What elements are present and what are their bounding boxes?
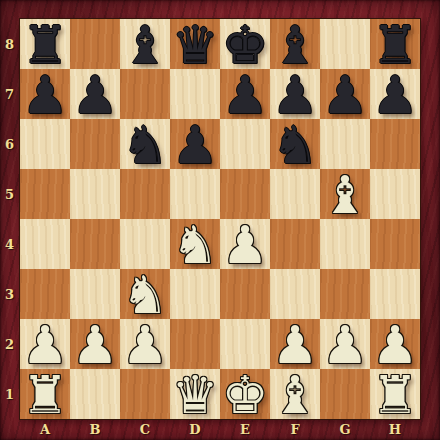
file-label-g: G <box>320 419 370 439</box>
piece-white-knight: ♞ <box>170 220 220 270</box>
board: ♜♝♛♚♝♜♟♟♟♟♟♟♞♟♞♝♞♟♞♟♟♟♟♟♟♜♛♚♝♜ <box>19 18 421 420</box>
square-h6[interactable] <box>370 119 420 169</box>
square-h8[interactable]: ♜ <box>370 19 420 69</box>
rank-label-8: 8 <box>0 19 19 69</box>
square-c2[interactable]: ♟ <box>120 319 170 369</box>
file-labels: ABCDEFGH <box>20 419 420 439</box>
piece-black-rook: ♜ <box>20 20 70 70</box>
square-b3[interactable] <box>70 269 120 319</box>
square-b5[interactable] <box>70 169 120 219</box>
square-e8[interactable]: ♚ <box>220 19 270 69</box>
square-e3[interactable] <box>220 269 270 319</box>
square-d6[interactable]: ♟ <box>170 119 220 169</box>
square-f7[interactable]: ♟ <box>270 69 320 119</box>
piece-black-rook: ♜ <box>370 20 420 70</box>
square-d3[interactable] <box>170 269 220 319</box>
square-e6[interactable] <box>220 119 270 169</box>
square-g1[interactable] <box>320 369 370 419</box>
file-label-e: E <box>220 419 270 439</box>
file-label-h: H <box>370 419 420 439</box>
square-g3[interactable] <box>320 269 370 319</box>
file-label-b: B <box>70 419 120 439</box>
piece-white-pawn: ♟ <box>270 320 320 370</box>
square-d8[interactable]: ♛ <box>170 19 220 69</box>
square-e7[interactable]: ♟ <box>220 69 270 119</box>
square-g4[interactable] <box>320 219 370 269</box>
square-d5[interactable] <box>170 169 220 219</box>
piece-black-pawn: ♟ <box>370 70 420 120</box>
piece-black-bishop: ♝ <box>270 20 320 70</box>
square-f3[interactable] <box>270 269 320 319</box>
square-g2[interactable]: ♟ <box>320 319 370 369</box>
square-f5[interactable] <box>270 169 320 219</box>
piece-white-pawn: ♟ <box>70 320 120 370</box>
piece-black-pawn: ♟ <box>220 70 270 120</box>
square-a3[interactable] <box>20 269 70 319</box>
square-b2[interactable]: ♟ <box>70 319 120 369</box>
square-a4[interactable] <box>20 219 70 269</box>
square-g8[interactable] <box>320 19 370 69</box>
square-h2[interactable]: ♟ <box>370 319 420 369</box>
square-b8[interactable] <box>70 19 120 69</box>
piece-black-pawn: ♟ <box>70 70 120 120</box>
square-c7[interactable] <box>120 69 170 119</box>
square-f6[interactable]: ♞ <box>270 119 320 169</box>
square-h4[interactable] <box>370 219 420 269</box>
piece-black-knight: ♞ <box>120 120 170 170</box>
piece-black-pawn: ♟ <box>170 120 220 170</box>
square-f8[interactable]: ♝ <box>270 19 320 69</box>
square-h7[interactable]: ♟ <box>370 69 420 119</box>
piece-black-bishop: ♝ <box>120 20 170 70</box>
piece-white-pawn: ♟ <box>120 320 170 370</box>
piece-white-pawn: ♟ <box>370 320 420 370</box>
square-d1[interactable]: ♛ <box>170 369 220 419</box>
piece-black-pawn: ♟ <box>270 70 320 120</box>
piece-white-king: ♚ <box>220 370 270 420</box>
piece-black-queen: ♛ <box>170 20 220 70</box>
rank-label-5: 5 <box>0 169 19 219</box>
square-a2[interactable]: ♟ <box>20 319 70 369</box>
square-e4[interactable]: ♟ <box>220 219 270 269</box>
rank-label-4: 4 <box>0 219 19 269</box>
piece-white-bishop: ♝ <box>320 170 370 220</box>
square-h1[interactable]: ♜ <box>370 369 420 419</box>
rank-label-1: 1 <box>0 369 19 419</box>
square-b7[interactable]: ♟ <box>70 69 120 119</box>
piece-white-rook: ♜ <box>370 370 420 420</box>
piece-white-pawn: ♟ <box>320 320 370 370</box>
square-a7[interactable]: ♟ <box>20 69 70 119</box>
rank-label-7: 7 <box>0 69 19 119</box>
square-c8[interactable]: ♝ <box>120 19 170 69</box>
piece-black-king: ♚ <box>220 20 270 70</box>
file-label-c: C <box>120 419 170 439</box>
square-c6[interactable]: ♞ <box>120 119 170 169</box>
piece-white-pawn: ♟ <box>20 320 70 370</box>
rank-label-3: 3 <box>0 269 19 319</box>
piece-white-queen: ♛ <box>170 370 220 420</box>
file-label-a: A <box>20 419 70 439</box>
square-h3[interactable] <box>370 269 420 319</box>
square-a6[interactable] <box>20 119 70 169</box>
file-label-d: D <box>170 419 220 439</box>
square-f4[interactable] <box>270 219 320 269</box>
square-g7[interactable]: ♟ <box>320 69 370 119</box>
square-f2[interactable]: ♟ <box>270 319 320 369</box>
piece-black-knight: ♞ <box>270 120 320 170</box>
piece-white-rook: ♜ <box>20 370 70 420</box>
square-b4[interactable] <box>70 219 120 269</box>
square-d4[interactable]: ♞ <box>170 219 220 269</box>
piece-white-knight: ♞ <box>120 270 170 320</box>
square-b6[interactable] <box>70 119 120 169</box>
rank-label-6: 6 <box>0 119 19 169</box>
square-c4[interactable] <box>120 219 170 269</box>
square-c1[interactable] <box>120 369 170 419</box>
chess-board-frame: ♜♝♛♚♝♜♟♟♟♟♟♟♞♟♞♝♞♟♞♟♟♟♟♟♟♜♛♚♝♜ 87654321 … <box>0 0 440 440</box>
square-c3[interactable]: ♞ <box>120 269 170 319</box>
square-g6[interactable] <box>320 119 370 169</box>
square-a8[interactable]: ♜ <box>20 19 70 69</box>
square-h5[interactable] <box>370 169 420 219</box>
piece-white-bishop: ♝ <box>270 370 320 420</box>
square-a5[interactable] <box>20 169 70 219</box>
square-b1[interactable] <box>70 369 120 419</box>
square-d7[interactable] <box>170 69 220 119</box>
file-label-f: F <box>270 419 320 439</box>
rank-labels: 87654321 <box>0 19 19 419</box>
square-e5[interactable] <box>220 169 270 219</box>
rank-label-2: 2 <box>0 319 19 369</box>
square-f1[interactable]: ♝ <box>270 369 320 419</box>
square-c5[interactable] <box>120 169 170 219</box>
piece-white-pawn: ♟ <box>220 220 270 270</box>
square-d2[interactable] <box>170 319 220 369</box>
piece-black-pawn: ♟ <box>20 70 70 120</box>
square-g5[interactable]: ♝ <box>320 169 370 219</box>
square-e1[interactable]: ♚ <box>220 369 270 419</box>
square-a1[interactable]: ♜ <box>20 369 70 419</box>
square-e2[interactable] <box>220 319 270 369</box>
piece-black-pawn: ♟ <box>320 70 370 120</box>
